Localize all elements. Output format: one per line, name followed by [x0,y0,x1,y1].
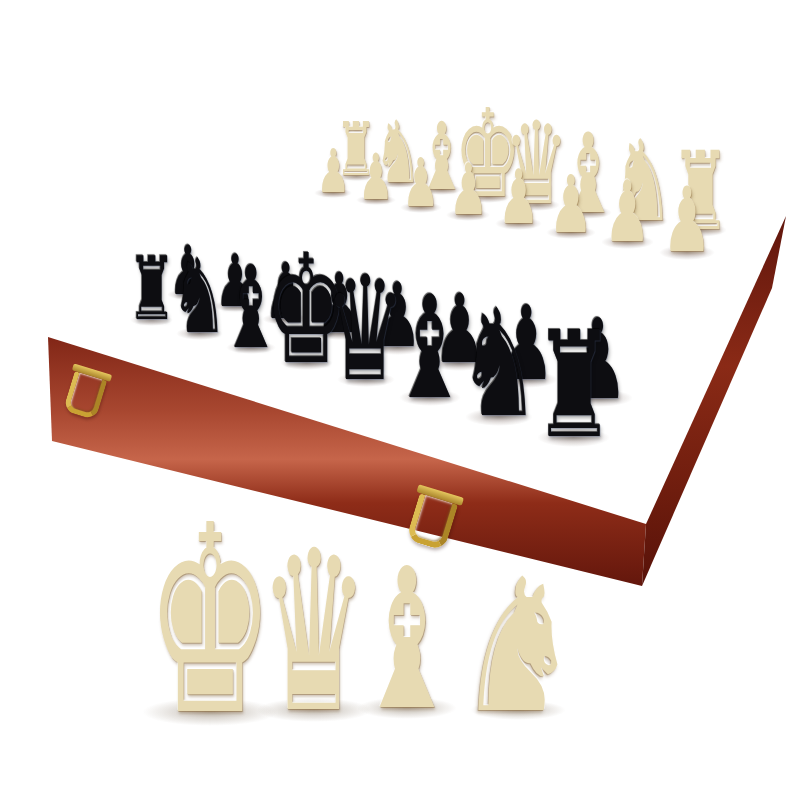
box-side-near-left [48,337,646,586]
box-side-near-right [642,216,786,586]
chess-set-product-photo: ♜♞♝♚♛♝♞♜♟♟♟♟♟♟♟♟♟♟♟♟♟♟♟♟♜♞♝♚♛♝♞♜ ♚♛♝♞ [0,0,800,800]
board-box-side-faces [0,0,800,800]
